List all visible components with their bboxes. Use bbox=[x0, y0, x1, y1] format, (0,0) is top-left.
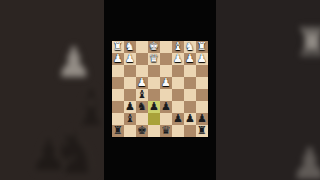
square-e4[interactable] bbox=[148, 77, 160, 89]
square-a2[interactable]: ♟ bbox=[196, 53, 208, 65]
black-pawn-c7: ♟ bbox=[172, 113, 184, 125]
square-f6[interactable]: ♞ bbox=[136, 101, 148, 113]
black-pawn-b7: ♟ bbox=[184, 113, 196, 125]
square-h6[interactable] bbox=[112, 101, 124, 113]
square-h3[interactable] bbox=[112, 65, 124, 77]
blurred-black-pawn-icon: ♟ bbox=[28, 132, 69, 178]
square-f2[interactable] bbox=[136, 53, 148, 65]
square-c5[interactable] bbox=[172, 89, 184, 101]
square-c7[interactable]: ♟ bbox=[172, 113, 184, 125]
black-queen-d8: ♛ bbox=[160, 125, 172, 137]
square-c8[interactable] bbox=[172, 125, 184, 137]
chess-board: ♜♞♚♝♞♜♟♟♛♟♟♟♟♟♝♟♞♟♟♝♟♟♟♜♚♛♜ bbox=[112, 41, 208, 137]
square-f1[interactable] bbox=[136, 41, 148, 53]
square-g4[interactable] bbox=[124, 77, 136, 89]
square-c3[interactable] bbox=[172, 65, 184, 77]
square-f8[interactable]: ♚ bbox=[136, 125, 148, 137]
square-d8[interactable]: ♛ bbox=[160, 125, 172, 137]
square-e6[interactable]: ♟ bbox=[148, 101, 160, 113]
black-knight-f6: ♞ bbox=[136, 101, 148, 113]
white-pawn-d4: ♟ bbox=[160, 77, 172, 89]
square-h8[interactable]: ♜ bbox=[112, 125, 124, 137]
square-d2[interactable] bbox=[160, 53, 172, 65]
black-rook-a8: ♜ bbox=[196, 125, 208, 137]
square-g2[interactable]: ♟ bbox=[124, 53, 136, 65]
square-g7[interactable]: ♝ bbox=[124, 113, 136, 125]
black-pawn-d6: ♟ bbox=[160, 101, 172, 113]
square-b2[interactable]: ♟ bbox=[184, 53, 196, 65]
white-queen-e2: ♛ bbox=[148, 53, 160, 65]
square-e8[interactable] bbox=[148, 125, 160, 137]
square-g8[interactable] bbox=[124, 125, 136, 137]
square-b8[interactable] bbox=[184, 125, 196, 137]
video-frame: ♟ ♝ ♞ ♟ ♜ ♟ ♜♞♚♝♞♜♟♟♛♟♟♟♟♟♝♟♞♟♟♝♟♟♟♜♚♛♜ bbox=[0, 0, 320, 180]
square-c2[interactable]: ♟ bbox=[172, 53, 184, 65]
square-b4[interactable] bbox=[184, 77, 196, 89]
black-bishop-g7: ♝ bbox=[124, 113, 136, 125]
black-pawn-e6: ♟ bbox=[148, 101, 160, 113]
white-pawn-a2: ♟ bbox=[196, 53, 208, 65]
square-d6[interactable]: ♟ bbox=[160, 101, 172, 113]
square-a3[interactable] bbox=[196, 65, 208, 77]
square-c4[interactable] bbox=[172, 77, 184, 89]
square-a4[interactable] bbox=[196, 77, 208, 89]
white-pawn-b2: ♟ bbox=[184, 53, 196, 65]
square-b5[interactable] bbox=[184, 89, 196, 101]
square-g3[interactable] bbox=[124, 65, 136, 77]
square-h5[interactable] bbox=[112, 89, 124, 101]
square-b3[interactable] bbox=[184, 65, 196, 77]
white-pawn-c2: ♟ bbox=[172, 53, 184, 65]
square-b7[interactable]: ♟ bbox=[184, 113, 196, 125]
square-h2[interactable]: ♟ bbox=[112, 53, 124, 65]
right-blur-sidebar: ♜ ♟ bbox=[216, 0, 320, 180]
white-pawn-g2: ♟ bbox=[124, 53, 136, 65]
left-blur-sidebar: ♟ ♝ ♞ ♟ bbox=[0, 0, 104, 180]
blurred-white-pawn-icon: ♟ bbox=[290, 142, 320, 180]
square-e2[interactable]: ♛ bbox=[148, 53, 160, 65]
black-rook-h8: ♜ bbox=[112, 125, 124, 137]
square-a8[interactable]: ♜ bbox=[196, 125, 208, 137]
square-d4[interactable]: ♟ bbox=[160, 77, 172, 89]
blurred-white-rook-icon: ♜ bbox=[294, 22, 320, 62]
square-d1[interactable] bbox=[160, 41, 172, 53]
black-king-f8: ♚ bbox=[136, 125, 148, 137]
square-a5[interactable] bbox=[196, 89, 208, 101]
square-h4[interactable] bbox=[112, 77, 124, 89]
square-e7[interactable] bbox=[148, 113, 160, 125]
square-e3[interactable] bbox=[148, 65, 160, 77]
white-pawn-h2: ♟ bbox=[112, 53, 124, 65]
